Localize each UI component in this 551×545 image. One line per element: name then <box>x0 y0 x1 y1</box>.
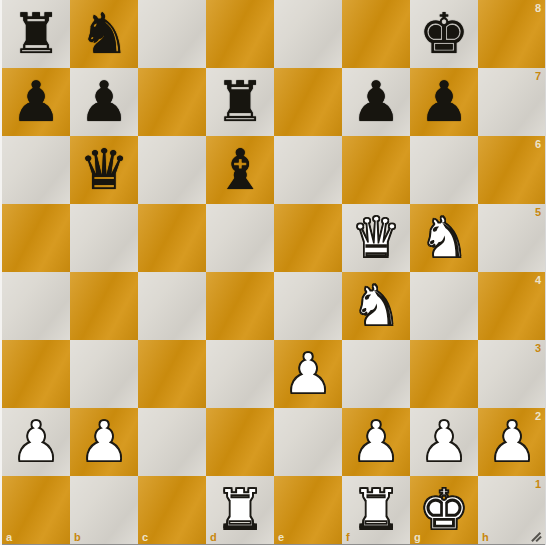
square-c2[interactable] <box>138 408 206 476</box>
square-g1[interactable]: ♚g <box>410 476 478 544</box>
black-rook[interactable]: ♜ <box>206 68 274 136</box>
square-a2[interactable]: ♟ <box>2 408 70 476</box>
square-e4[interactable] <box>274 272 342 340</box>
square-d7[interactable]: ♜ <box>206 68 274 136</box>
square-b5[interactable] <box>70 204 138 272</box>
black-rook[interactable]: ♜ <box>2 0 70 68</box>
square-g2[interactable]: ♟ <box>410 408 478 476</box>
rank-label-1: 1 <box>535 478 541 490</box>
square-b7[interactable]: ♟ <box>70 68 138 136</box>
square-c8[interactable] <box>138 0 206 68</box>
rank-label-7: 7 <box>535 70 541 82</box>
square-f6[interactable] <box>342 136 410 204</box>
square-c3[interactable] <box>138 340 206 408</box>
white-pawn[interactable]: ♟ <box>70 408 138 476</box>
square-h5[interactable]: 5 <box>478 204 546 272</box>
square-g7[interactable]: ♟ <box>410 68 478 136</box>
rank-label-5: 5 <box>535 206 541 218</box>
square-d3[interactable] <box>206 340 274 408</box>
black-bishop[interactable]: ♝ <box>206 136 274 204</box>
black-pawn[interactable]: ♟ <box>70 68 138 136</box>
file-label-b: b <box>74 531 81 543</box>
square-d8[interactable] <box>206 0 274 68</box>
square-d6[interactable]: ♝ <box>206 136 274 204</box>
white-king[interactable]: ♚ <box>410 476 478 544</box>
square-b6[interactable]: ♛ <box>70 136 138 204</box>
square-c4[interactable] <box>138 272 206 340</box>
white-pawn[interactable]: ♟ <box>274 340 342 408</box>
chessboard-app: ♜♞♚8♟♟♜♟♟7♛♝6♛♞5♞4♟3♟♟♟♟♟2abc♜de♜f♚g1h <box>0 0 551 545</box>
square-e2[interactable] <box>274 408 342 476</box>
square-d1[interactable]: ♜d <box>206 476 274 544</box>
rank-label-4: 4 <box>535 274 541 286</box>
square-c7[interactable] <box>138 68 206 136</box>
square-c5[interactable] <box>138 204 206 272</box>
chessboard: ♜♞♚8♟♟♜♟♟7♛♝6♛♞5♞4♟3♟♟♟♟♟2abc♜de♜f♚g1h <box>2 0 546 545</box>
square-f5[interactable]: ♛ <box>342 204 410 272</box>
square-b3[interactable] <box>70 340 138 408</box>
rank-label-3: 3 <box>535 342 541 354</box>
square-a7[interactable]: ♟ <box>2 68 70 136</box>
square-f8[interactable] <box>342 0 410 68</box>
square-b1[interactable]: b <box>70 476 138 544</box>
square-h4[interactable]: 4 <box>478 272 546 340</box>
square-h1[interactable]: 1h <box>478 476 546 544</box>
file-label-e: e <box>278 531 284 543</box>
square-e1[interactable]: e <box>274 476 342 544</box>
white-queen[interactable]: ♛ <box>342 204 410 272</box>
square-h7[interactable]: 7 <box>478 68 546 136</box>
square-a4[interactable] <box>2 272 70 340</box>
square-a5[interactable] <box>2 204 70 272</box>
square-c6[interactable] <box>138 136 206 204</box>
file-label-a: a <box>6 531 12 543</box>
black-pawn[interactable]: ♟ <box>410 68 478 136</box>
black-king[interactable]: ♚ <box>410 0 478 68</box>
square-h8[interactable]: 8 <box>478 0 546 68</box>
square-a3[interactable] <box>2 340 70 408</box>
white-knight[interactable]: ♞ <box>342 272 410 340</box>
square-h3[interactable]: 3 <box>478 340 546 408</box>
black-pawn[interactable]: ♟ <box>342 68 410 136</box>
square-g3[interactable] <box>410 340 478 408</box>
square-g4[interactable] <box>410 272 478 340</box>
white-pawn[interactable]: ♟ <box>2 408 70 476</box>
black-knight[interactable]: ♞ <box>70 0 138 68</box>
white-pawn[interactable]: ♟ <box>478 408 546 476</box>
file-label-c: c <box>142 531 148 543</box>
square-d2[interactable] <box>206 408 274 476</box>
white-pawn[interactable]: ♟ <box>410 408 478 476</box>
rank-label-6: 6 <box>535 138 541 150</box>
square-a6[interactable] <box>2 136 70 204</box>
white-rook[interactable]: ♜ <box>206 476 274 544</box>
square-f3[interactable] <box>342 340 410 408</box>
square-a1[interactable]: a <box>2 476 70 544</box>
square-f7[interactable]: ♟ <box>342 68 410 136</box>
square-a8[interactable]: ♜ <box>2 0 70 68</box>
square-b2[interactable]: ♟ <box>70 408 138 476</box>
square-h6[interactable]: 6 <box>478 136 546 204</box>
square-d5[interactable] <box>206 204 274 272</box>
square-e7[interactable] <box>274 68 342 136</box>
black-queen[interactable]: ♛ <box>70 136 138 204</box>
square-e8[interactable] <box>274 0 342 68</box>
square-h2[interactable]: ♟2 <box>478 408 546 476</box>
square-g5[interactable]: ♞ <box>410 204 478 272</box>
square-f1[interactable]: ♜f <box>342 476 410 544</box>
square-f4[interactable]: ♞ <box>342 272 410 340</box>
white-knight[interactable]: ♞ <box>410 204 478 272</box>
square-e6[interactable] <box>274 136 342 204</box>
file-label-h: h <box>482 531 489 543</box>
square-b4[interactable] <box>70 272 138 340</box>
white-pawn[interactable]: ♟ <box>342 408 410 476</box>
square-f2[interactable]: ♟ <box>342 408 410 476</box>
rank-label-8: 8 <box>535 2 541 14</box>
white-rook[interactable]: ♜ <box>342 476 410 544</box>
square-b8[interactable]: ♞ <box>70 0 138 68</box>
square-g6[interactable] <box>410 136 478 204</box>
board-resize-handle[interactable] <box>530 528 543 541</box>
square-c1[interactable]: c <box>138 476 206 544</box>
square-d4[interactable] <box>206 272 274 340</box>
square-e3[interactable]: ♟ <box>274 340 342 408</box>
square-e5[interactable] <box>274 204 342 272</box>
black-pawn[interactable]: ♟ <box>2 68 70 136</box>
square-g8[interactable]: ♚ <box>410 0 478 68</box>
